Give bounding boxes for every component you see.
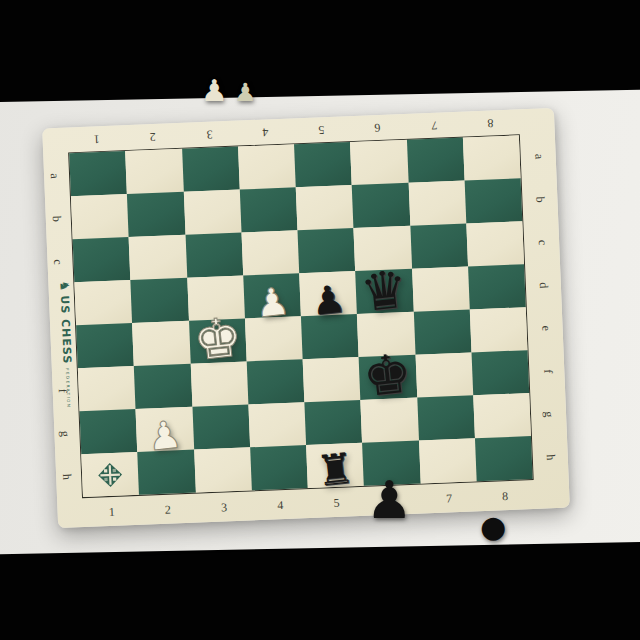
rank-label-bottom-1: 1 xyxy=(109,506,115,518)
brand-subtitle: FEDERATION xyxy=(65,368,72,408)
square-b6[interactable] xyxy=(352,183,410,228)
us-chess-brand: ♞ US CHESS FEDERATION xyxy=(53,280,79,377)
file-label-left-g: g xyxy=(59,430,71,436)
square-f2[interactable] xyxy=(134,364,192,409)
square-b2[interactable] xyxy=(127,192,185,237)
square-b4[interactable] xyxy=(240,187,298,232)
square-c7[interactable] xyxy=(410,223,468,268)
file-label-right-f: f xyxy=(542,369,554,373)
square-e8[interactable] xyxy=(470,307,528,352)
captured-black-pawn-bottom[interactable]: ♟ xyxy=(366,474,413,526)
square-g1[interactable] xyxy=(80,409,138,454)
captured-white-piece-top-2[interactable]: ♟ xyxy=(234,80,256,105)
square-b3[interactable] xyxy=(183,190,241,235)
piece-bP-d5[interactable]: ♟ xyxy=(309,279,347,321)
captured-black-piece-bottom-right[interactable]: ● xyxy=(480,512,506,542)
square-b5[interactable] xyxy=(296,185,354,230)
square-d5[interactable]: ♟ xyxy=(299,271,357,316)
square-a1[interactable] xyxy=(69,151,127,196)
file-label-right-h: h xyxy=(545,454,557,460)
piece-wK-e3[interactable]: ♚ xyxy=(190,310,244,369)
piece-wP-g2[interactable]: ♟ xyxy=(146,415,184,457)
square-f8[interactable] xyxy=(471,350,529,395)
square-f1[interactable] xyxy=(78,366,136,411)
square-b1[interactable] xyxy=(71,194,129,239)
rank-label-bottom-8: 8 xyxy=(502,490,508,502)
playing-area: ♟♟♛♚♚♟ ♜ xyxy=(69,135,532,497)
piece-bR-h5[interactable]: ♜ xyxy=(314,447,356,493)
photo-stage: ♟♟♛♚♚♟ ♜ 1234567812345678abcfghabcdefgh … xyxy=(0,0,640,640)
square-c2[interactable] xyxy=(129,235,187,280)
rank-label-top-5: 5 xyxy=(318,124,324,136)
square-h4[interactable] xyxy=(250,445,308,490)
captured-white-piece-top-1[interactable]: ♟ xyxy=(201,76,228,106)
rank-label-bottom-3: 3 xyxy=(221,501,227,513)
square-h7[interactable] xyxy=(419,438,477,483)
square-d2[interactable] xyxy=(131,278,189,323)
square-c3[interactable] xyxy=(185,233,243,278)
piece-bK-f6[interactable]: ♚ xyxy=(361,346,415,405)
rank-label-top-8: 8 xyxy=(487,117,493,129)
square-f7[interactable] xyxy=(415,352,473,397)
rank-label-top-6: 6 xyxy=(375,122,381,134)
file-label-left-a: a xyxy=(49,173,61,179)
square-g2[interactable]: ♟ xyxy=(136,407,194,452)
square-g5[interactable] xyxy=(304,400,362,445)
file-label-right-g: g xyxy=(543,411,555,417)
file-label-right-e: e xyxy=(540,325,552,331)
square-f6[interactable]: ♚ xyxy=(359,355,417,400)
piece-wP-d4[interactable]: ♟ xyxy=(253,282,291,324)
square-g3[interactable] xyxy=(192,404,250,449)
file-label-right-c: c xyxy=(536,239,548,245)
rank-label-top-4: 4 xyxy=(262,126,268,138)
square-c5[interactable] xyxy=(297,228,355,273)
brand-name: US CHESS xyxy=(58,295,74,364)
square-g8[interactable] xyxy=(473,393,531,438)
file-label-right-d: d xyxy=(538,282,550,288)
square-d6[interactable]: ♛ xyxy=(355,269,413,314)
square-g4[interactable] xyxy=(248,402,306,447)
square-f5[interactable] xyxy=(303,357,361,402)
rank-label-bottom-2: 2 xyxy=(165,504,171,516)
rank-label-top-7: 7 xyxy=(431,120,437,132)
square-h8[interactable] xyxy=(475,436,533,481)
square-c4[interactable] xyxy=(241,230,299,275)
file-label-left-c: c xyxy=(52,258,64,264)
square-e2[interactable] xyxy=(132,321,190,366)
rank-label-top-3: 3 xyxy=(206,129,212,141)
piece-bQ-d6[interactable]: ♛ xyxy=(358,262,410,319)
square-d7[interactable] xyxy=(412,266,470,311)
square-g7[interactable] xyxy=(417,395,475,440)
rank-label-top-1: 1 xyxy=(94,133,100,145)
square-c1[interactable] xyxy=(73,237,131,282)
square-f4[interactable] xyxy=(246,359,304,404)
square-a4[interactable] xyxy=(238,144,296,189)
square-d4[interactable]: ♟ xyxy=(243,273,301,318)
chess-board: ♟♟♛♚♚♟ ♜ 1234567812345678abcfghabcdefgh … xyxy=(42,108,570,528)
square-h1[interactable] xyxy=(81,452,139,497)
rank-label-bottom-4: 4 xyxy=(277,499,283,511)
knight-icon: ♞ xyxy=(58,280,70,291)
file-label-left-b: b xyxy=(51,215,63,221)
us-chess-diamond-logo-icon xyxy=(97,461,124,488)
file-label-left-h: h xyxy=(61,473,73,479)
square-d1[interactable] xyxy=(74,280,132,325)
square-h5[interactable]: ♜ xyxy=(306,443,364,488)
file-label-right-b: b xyxy=(534,196,546,202)
square-d8[interactable] xyxy=(468,264,526,309)
square-h3[interactable] xyxy=(194,447,252,492)
square-a2[interactable] xyxy=(125,149,183,194)
square-b7[interactable] xyxy=(408,181,466,226)
square-b8[interactable] xyxy=(464,178,522,223)
square-a3[interactable] xyxy=(182,147,240,192)
rank-label-top-2: 2 xyxy=(150,131,156,143)
square-a5[interactable] xyxy=(294,142,352,187)
square-e1[interactable] xyxy=(76,323,134,368)
file-label-right-a: a xyxy=(533,153,545,159)
square-a8[interactable] xyxy=(463,135,521,180)
square-e3[interactable]: ♚ xyxy=(189,318,247,363)
rank-label-bottom-5: 5 xyxy=(333,497,339,509)
square-a6[interactable] xyxy=(350,140,408,185)
rank-label-bottom-7: 7 xyxy=(446,492,452,504)
square-a7[interactable] xyxy=(406,138,464,183)
square-e7[interactable] xyxy=(413,309,471,354)
square-c8[interactable] xyxy=(466,221,524,266)
